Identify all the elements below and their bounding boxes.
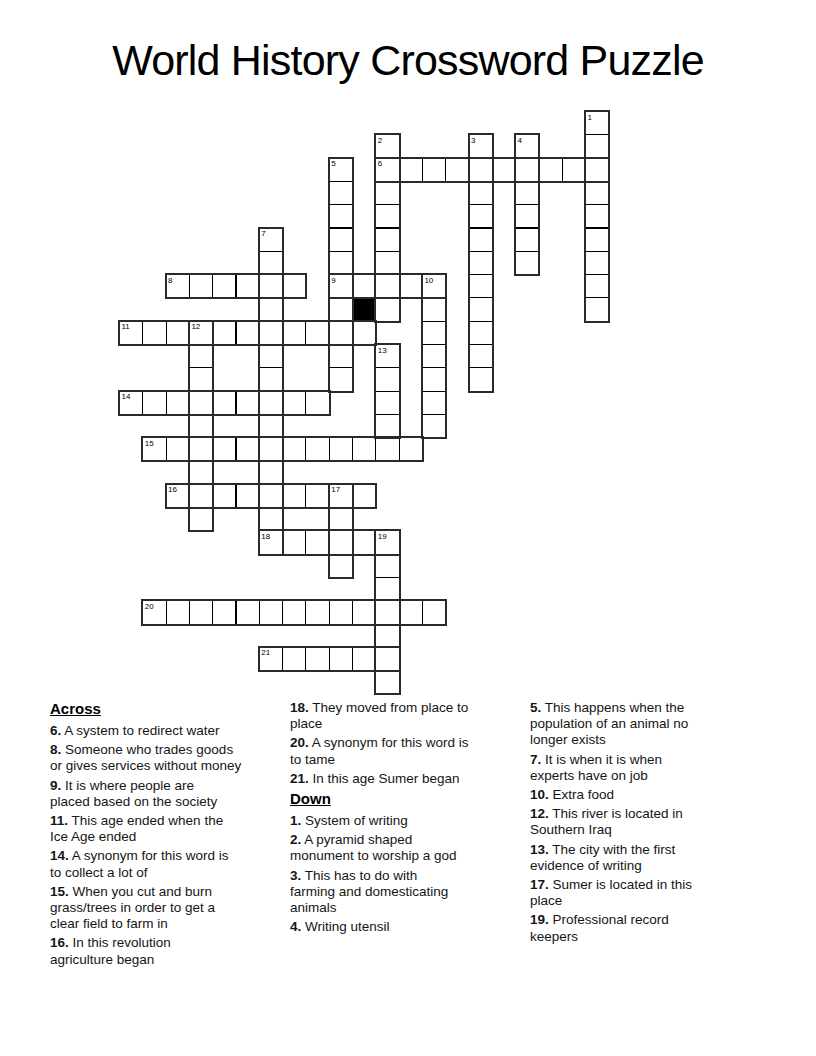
clue-14-across: 14. A synonym for this word is to collec… [50, 848, 290, 880]
clue-4-down: 4. Writing utensil [290, 919, 530, 935]
grid-cell[interactable]: 14 [119, 391, 143, 415]
grid-cell[interactable] [236, 321, 260, 345]
grid-cell[interactable] [469, 181, 493, 205]
grid-cell[interactable] [515, 251, 539, 275]
grid-cell[interactable] [166, 391, 190, 415]
cell-number: 16 [168, 485, 177, 494]
cell-number: 7 [261, 229, 265, 238]
clue-number: 6. [50, 723, 61, 738]
cell-number: 17 [331, 485, 340, 494]
clue-text: A system to redirect water [61, 723, 219, 738]
cell-number: 15 [145, 439, 154, 448]
grid-cell[interactable] [352, 484, 376, 508]
grid-cell[interactable] [259, 437, 283, 461]
clue-number: 3. [290, 868, 301, 883]
grid-cell[interactable] [282, 437, 306, 461]
grid-cell[interactable]: 11 [119, 321, 143, 345]
grid-cell[interactable] [259, 461, 283, 485]
grid-cell[interactable] [329, 554, 353, 578]
grid-cell[interactable] [212, 484, 236, 508]
grid-cell[interactable] [515, 204, 539, 228]
grid-cell[interactable] [422, 321, 446, 345]
clue-text: A synonym for this word is to collect a … [50, 848, 229, 879]
grid-cell[interactable] [282, 647, 306, 671]
grid-cell[interactable]: 6 [375, 158, 399, 182]
clue-number: 19. [530, 912, 549, 927]
grid-cell[interactable] [142, 391, 166, 415]
grid-cell[interactable]: 5 [329, 158, 353, 182]
grid-cell[interactable] [329, 600, 353, 624]
clue-text: Writing utensil [301, 919, 389, 934]
grid-cell[interactable] [399, 274, 423, 298]
grid-cell[interactable] [375, 600, 399, 624]
grid-cell[interactable] [375, 367, 399, 391]
clue-21-across: 21. In this age Sumer began [290, 771, 530, 787]
cell-number: 2 [378, 136, 382, 145]
grid-cell[interactable] [375, 647, 399, 671]
grid-cell[interactable] [469, 367, 493, 391]
grid-cell[interactable]: 18 [259, 530, 283, 554]
clue-text: The city with the first evidence of writ… [530, 842, 675, 873]
grid-cell[interactable] [259, 344, 283, 368]
grid-cell[interactable] [445, 158, 469, 182]
clue-number: 13. [530, 842, 549, 857]
grid-cell[interactable] [352, 530, 376, 554]
cell-number: 8 [168, 276, 172, 285]
clue-text: It is where people are placed based on t… [50, 778, 217, 809]
grid-cell[interactable] [422, 414, 446, 438]
clue-text: They moved from place to place [290, 700, 468, 731]
cell-number: 13 [378, 346, 387, 355]
grid-cell[interactable] [492, 158, 516, 182]
clue-number: 18. [290, 700, 309, 715]
clue-20-across: 20. A synonym for this word is to tame [290, 735, 530, 767]
grid-cell[interactable] [142, 321, 166, 345]
clues-column-2: 18. They moved from place to place20. A … [290, 700, 530, 938]
grid-cell[interactable] [375, 437, 399, 461]
cell-number: 4 [518, 136, 522, 145]
grid-cell[interactable] [469, 204, 493, 228]
cell-number: 18 [261, 532, 270, 541]
grid-cell[interactable] [375, 391, 399, 415]
cell-number: 21 [261, 648, 270, 657]
down-header: Down [290, 790, 530, 807]
cell-number: 19 [378, 532, 387, 541]
grid-cell[interactable] [259, 251, 283, 275]
grid-cell[interactable] [236, 484, 260, 508]
worksheet-page: World History Crossword Puzzle 123456789… [0, 0, 816, 1056]
cell-number: 12 [191, 322, 200, 331]
grid-cell[interactable] [259, 274, 283, 298]
grid-cell[interactable] [585, 204, 609, 228]
grid-cell[interactable] [329, 297, 353, 321]
grid-cell[interactable] [282, 391, 306, 415]
clue-number: 15. [50, 884, 69, 899]
grid-cell[interactable] [585, 228, 609, 252]
grid-cell[interactable]: 12 [189, 321, 213, 345]
grid-cell[interactable] [329, 344, 353, 368]
grid-cell[interactable]: 7 [259, 228, 283, 252]
grid-cell[interactable] [585, 274, 609, 298]
grid-cell[interactable]: 21 [259, 647, 283, 671]
grid-cell[interactable] [305, 600, 329, 624]
grid-cell[interactable] [305, 647, 329, 671]
grid-cell[interactable] [305, 530, 329, 554]
grid-cell[interactable] [166, 600, 190, 624]
grid-cell[interactable] [422, 367, 446, 391]
clue-number: 8. [50, 742, 61, 757]
cell-number: 10 [424, 276, 433, 285]
clue-16-across: 16. In this revolution agriculture began [50, 935, 290, 967]
grid-cell[interactable] [282, 274, 306, 298]
cell-number: 5 [331, 159, 335, 168]
cell-number: 11 [122, 322, 130, 331]
clue-text: Extra food [549, 787, 614, 802]
clue-12-down: 12. This river is located in Southern Ir… [530, 806, 746, 838]
clue-text: This has to do with farming and domestic… [290, 868, 448, 915]
grid-cell[interactable] [469, 274, 493, 298]
clue-text: Sumer is located in this place [530, 877, 692, 908]
grid-cell[interactable] [329, 181, 353, 205]
clue-text: This river is located in Southern Iraq [530, 806, 683, 837]
grid-cell[interactable] [375, 274, 399, 298]
grid-cell[interactable] [469, 297, 493, 321]
grid-cell[interactable] [585, 251, 609, 275]
grid-cell[interactable] [236, 274, 260, 298]
clue-number: 20. [290, 735, 309, 750]
grid-cell[interactable] [399, 600, 423, 624]
grid-cell[interactable] [212, 321, 236, 345]
grid-cell[interactable]: 20 [142, 600, 166, 624]
grid-cell[interactable] [469, 228, 493, 252]
grid-cell[interactable]: 2 [375, 134, 399, 158]
grid-cell[interactable] [422, 158, 446, 182]
grid-cell[interactable] [259, 414, 283, 438]
cell-number: 14 [122, 392, 131, 401]
clue-15-across: 15. When you cut and burn grass/trees in… [50, 884, 290, 933]
grid-cell[interactable] [329, 251, 353, 275]
grid-cell[interactable] [166, 437, 190, 461]
clue-text: This age ended when the Ice Age ended [50, 813, 223, 844]
clue-17-down: 17. Sumer is located in this place [530, 877, 746, 909]
clue-1-down: 1. System of writing [290, 813, 530, 829]
clue-text: System of writing [301, 813, 408, 828]
grid-cell[interactable]: 15 [142, 437, 166, 461]
grid-cell[interactable] [352, 274, 376, 298]
grid-cell[interactable] [352, 321, 376, 345]
grid-cell[interactable]: 9 [329, 274, 353, 298]
clue-number: 21. [290, 771, 309, 786]
grid-cell[interactable] [422, 297, 446, 321]
grid-cell[interactable] [399, 158, 423, 182]
grid-cell[interactable] [352, 647, 376, 671]
clue-text: A pyramid shaped monument to worship a g… [290, 832, 457, 863]
grid-cell[interactable] [236, 437, 260, 461]
clue-2-down: 2. A pyramid shaped monument to worship … [290, 832, 530, 864]
grid-cell[interactable] [212, 437, 236, 461]
grid-cell[interactable] [189, 461, 213, 485]
clue-number: 14. [50, 848, 69, 863]
grid-cell[interactable] [422, 391, 446, 415]
clue-19-down: 19. Professional record keepers [530, 912, 746, 944]
clue-13-down: 13. The city with the first evidence of … [530, 842, 746, 874]
cell-number: 3 [471, 136, 475, 145]
grid-cell[interactable] [562, 158, 586, 182]
crossword-grid: 123456789101112131415161718192021 [119, 111, 610, 695]
clue-text: It is when it is when experts have on jo… [530, 752, 662, 783]
grid-cell[interactable]: 1 [585, 111, 609, 135]
grid-cell[interactable] [352, 600, 376, 624]
clue-text: This happens when the population of an a… [530, 700, 688, 747]
clue-text: In this age Sumer began [309, 771, 460, 786]
grid-cell[interactable] [422, 344, 446, 368]
grid-cell[interactable] [375, 577, 399, 601]
grid-cell[interactable] [212, 391, 236, 415]
clue-text: In this revolution agriculture began [50, 935, 171, 966]
grid-cell[interactable] [469, 344, 493, 368]
grid-cell[interactable] [212, 600, 236, 624]
grid-cell[interactable] [375, 554, 399, 578]
grid-cell[interactable] [329, 530, 353, 554]
clue-3-down: 3. This has to do with farming and domes… [290, 868, 530, 917]
grid-cell[interactable] [259, 507, 283, 531]
clue-number: 5. [530, 700, 541, 715]
grid-cell[interactable] [352, 437, 376, 461]
grid-cell[interactable] [469, 251, 493, 275]
grid-cell[interactable] [282, 321, 306, 345]
grid-cell[interactable] [329, 321, 353, 345]
grid-cell[interactable]: 10 [422, 274, 446, 298]
grid-cell[interactable]: 19 [375, 530, 399, 554]
clue-6-across: 6. A system to redirect water [50, 723, 290, 739]
grid-cell[interactable] [189, 437, 213, 461]
clue-10-down: 10. Extra food [530, 787, 746, 803]
grid-cell[interactable] [305, 321, 329, 345]
clue-11-across: 11. This age ended when the Ice Age ende… [50, 813, 290, 845]
grid-cell[interactable] [515, 181, 539, 205]
grid-cell[interactable] [259, 367, 283, 391]
clue-5-down: 5. This happens when the population of a… [530, 700, 746, 749]
clue-number: 4. [290, 919, 301, 934]
grid-cell[interactable] [166, 321, 190, 345]
grid-cell[interactable] [236, 600, 260, 624]
clue-18-across: 18. They moved from place to place [290, 700, 530, 732]
grid-cell[interactable] [212, 274, 236, 298]
grid-cell[interactable] [189, 484, 213, 508]
clue-text: Someone who trades goods or gives servic… [50, 742, 241, 773]
clue-7-down: 7. It is when it is when experts have on… [530, 752, 746, 784]
clue-number: 2. [290, 832, 301, 847]
grid-cell[interactable] [259, 391, 283, 415]
grid-cell[interactable] [515, 228, 539, 252]
grid-cell[interactable] [375, 624, 399, 648]
grid-cell[interactable] [236, 391, 260, 415]
clue-number: 1. [290, 813, 301, 828]
grid-cell[interactable] [189, 391, 213, 415]
grid-cell[interactable] [282, 530, 306, 554]
grid-cell[interactable] [585, 181, 609, 205]
across-header: Across [50, 700, 290, 717]
clue-number: 11. [50, 813, 68, 828]
grid-cell[interactable] [515, 158, 539, 182]
grid-cell[interactable] [585, 297, 609, 321]
grid-cell[interactable] [422, 600, 446, 624]
grid-cell[interactable] [189, 344, 213, 368]
grid-cell[interactable] [399, 437, 423, 461]
grid-cell[interactable] [329, 507, 353, 531]
grid-cell[interactable] [189, 367, 213, 391]
grid-cell[interactable] [305, 437, 329, 461]
clue-9-across: 9. It is where people are placed based o… [50, 778, 290, 810]
blocked-cell [352, 297, 376, 321]
grid-cell[interactable] [375, 670, 399, 694]
grid-cell[interactable] [375, 181, 399, 205]
grid-cell[interactable] [329, 204, 353, 228]
clues-column-1: Across6. A system to redirect water8. So… [50, 700, 290, 971]
grid-cell[interactable] [585, 134, 609, 158]
cell-number: 9 [331, 276, 335, 285]
cell-number: 6 [378, 159, 382, 168]
grid-cell[interactable] [375, 297, 399, 321]
grid-cell[interactable] [329, 367, 353, 391]
grid-cell[interactable] [305, 484, 329, 508]
clue-number: 7. [530, 752, 541, 767]
grid-cell[interactable] [375, 251, 399, 275]
clue-text: When you cut and burn grass/trees in ord… [50, 884, 215, 931]
grid-cell[interactable] [189, 600, 213, 624]
cell-number: 1 [588, 113, 592, 122]
clue-number: 17. [530, 877, 549, 892]
grid-cell[interactable] [259, 484, 283, 508]
page-title: World History Crossword Puzzle [0, 36, 816, 85]
grid-cell[interactable] [585, 158, 609, 182]
grid-cell[interactable]: 13 [375, 344, 399, 368]
grid-cell[interactable]: 8 [166, 274, 190, 298]
grid-cell[interactable] [375, 414, 399, 438]
grid-cell[interactable] [259, 321, 283, 345]
grid-cell[interactable] [259, 600, 283, 624]
clues-column-3: 5. This happens when the population of a… [530, 700, 746, 948]
clue-number: 9. [50, 778, 61, 793]
grid-cell[interactable] [329, 647, 353, 671]
grid-cell[interactable] [329, 437, 353, 461]
grid-cell[interactable] [282, 600, 306, 624]
grid-cell[interactable]: 17 [329, 484, 353, 508]
grid-cell[interactable] [189, 507, 213, 531]
grid-cell[interactable] [282, 484, 306, 508]
grid-cell[interactable] [375, 204, 399, 228]
clue-8-across: 8. Someone who trades goods or gives ser… [50, 742, 290, 774]
clue-number: 10. [530, 787, 549, 802]
grid-cell[interactable] [305, 391, 329, 415]
grid-cell[interactable]: 4 [515, 134, 539, 158]
grid-cell[interactable] [329, 228, 353, 252]
grid-cell[interactable]: 3 [469, 134, 493, 158]
clue-number: 16. [50, 935, 69, 950]
grid-cell[interactable] [189, 274, 213, 298]
clue-text: A synonym for this word is to tame [290, 735, 469, 766]
clue-text: Professional record keepers [530, 912, 669, 943]
grid-cell[interactable] [538, 158, 562, 182]
cell-number: 20 [145, 602, 154, 611]
grid-cell[interactable] [375, 228, 399, 252]
grid-cell[interactable]: 16 [166, 484, 190, 508]
grid-cell[interactable] [469, 158, 493, 182]
grid-cell[interactable] [469, 321, 493, 345]
clue-number: 12. [530, 806, 549, 821]
grid-cell[interactable] [189, 414, 213, 438]
grid-cell[interactable] [259, 297, 283, 321]
